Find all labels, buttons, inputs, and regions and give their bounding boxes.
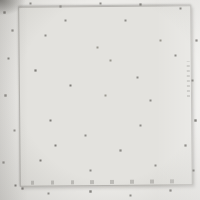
- pieces-layer: [19, 6, 194, 188]
- chess-photo: [0, 0, 200, 200]
- chess-board-frame: [18, 5, 193, 187]
- film-grain: [0, 0, 1, 1]
